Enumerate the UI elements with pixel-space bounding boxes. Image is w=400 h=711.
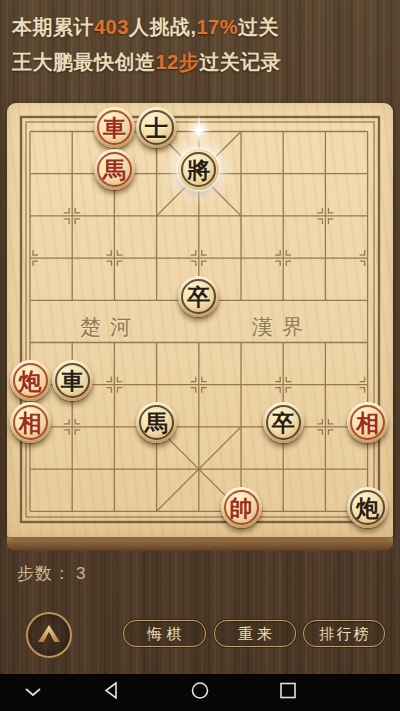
piece-black-士[interactable]: 士 bbox=[136, 107, 177, 148]
stats-line-2: 王大鹏最快创造12步过关记录 bbox=[12, 45, 281, 80]
back-icon[interactable] bbox=[103, 680, 121, 702]
river-label-left: 楚河 bbox=[80, 313, 140, 341]
piece-red-帥[interactable]: 帥 bbox=[221, 487, 262, 528]
board-face[interactable]: 楚河 漢界 車士馬將卒炮車相馬卒相帥炮 bbox=[7, 103, 393, 537]
leaderboard-button[interactable]: 排行榜 bbox=[303, 620, 385, 647]
home-icon[interactable] bbox=[191, 681, 209, 701]
challenge-count: 403 bbox=[94, 16, 129, 38]
piece-red-相[interactable]: 相 bbox=[10, 402, 51, 443]
pass-percent: 17% bbox=[196, 16, 238, 38]
piece-red-馬[interactable]: 馬 bbox=[94, 149, 135, 190]
step-counter: 步数：3 bbox=[17, 562, 86, 585]
step-count-value: 3 bbox=[76, 564, 86, 583]
record-steps: 12步 bbox=[156, 51, 200, 73]
expand-button[interactable] bbox=[26, 612, 72, 658]
restart-button[interactable]: 重来 bbox=[214, 620, 296, 647]
recents-icon[interactable] bbox=[279, 681, 297, 701]
mountain-arrow-icon bbox=[38, 625, 60, 642]
piece-red-車[interactable]: 車 bbox=[94, 107, 135, 148]
android-navbar bbox=[0, 674, 400, 711]
undo-move-button[interactable]: 悔棋 bbox=[123, 620, 206, 647]
board-bevel bbox=[7, 537, 393, 551]
stats-line-1: 本期累计403人挑战,17%过关 bbox=[12, 10, 281, 45]
piece-black-卒[interactable]: 卒 bbox=[178, 276, 219, 317]
piece-red-炮[interactable]: 炮 bbox=[10, 360, 51, 401]
app-screen: 本期累计403人挑战,17%过关 王大鹏最快创造12步过关记录 楚河 漢界 車士… bbox=[0, 0, 400, 711]
hide-navbar-chevron-icon[interactable] bbox=[22, 682, 44, 702]
piece-black-炮[interactable]: 炮 bbox=[347, 487, 388, 528]
river-label-right: 漢界 bbox=[252, 313, 312, 341]
stats-banner: 本期累计403人挑战,17%过关 王大鹏最快创造12步过关记录 bbox=[12, 10, 281, 80]
piece-black-卒[interactable]: 卒 bbox=[263, 402, 304, 443]
xiangqi-board[interactable]: 楚河 漢界 車士馬將卒炮車相馬卒相帥炮 bbox=[7, 103, 393, 551]
piece-black-車[interactable]: 車 bbox=[52, 360, 93, 401]
